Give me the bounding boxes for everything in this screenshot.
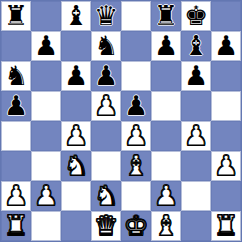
- square-g4[interactable]: ♟: [181, 121, 211, 151]
- square-a1[interactable]: ♜: [1, 211, 31, 241]
- square-h1[interactable]: ♜: [211, 211, 241, 241]
- square-a4[interactable]: [1, 121, 31, 151]
- square-h4[interactable]: [211, 121, 241, 151]
- square-e7[interactable]: [121, 31, 151, 61]
- piece-black-pawn[interactable]: ♟: [64, 61, 88, 91]
- square-c7[interactable]: [61, 31, 91, 61]
- square-a6[interactable]: ♞: [1, 61, 31, 91]
- square-e2[interactable]: [121, 181, 151, 211]
- square-d4[interactable]: [91, 121, 121, 151]
- square-c3[interactable]: ♞: [61, 151, 91, 181]
- square-b6[interactable]: [31, 61, 61, 91]
- square-a7[interactable]: [1, 31, 31, 61]
- square-g2[interactable]: [181, 181, 211, 211]
- piece-white-pawn[interactable]: ♟: [64, 121, 88, 151]
- piece-white-pawn[interactable]: ♟: [4, 181, 28, 211]
- square-c2[interactable]: [61, 181, 91, 211]
- piece-white-bishop[interactable]: ♝: [154, 211, 178, 241]
- square-a3[interactable]: [1, 151, 31, 181]
- square-h5[interactable]: [211, 91, 241, 121]
- piece-white-pawn[interactable]: ♟: [154, 181, 178, 211]
- square-h2[interactable]: [211, 181, 241, 211]
- square-b5[interactable]: [31, 91, 61, 121]
- piece-black-pawn[interactable]: ♟: [214, 31, 238, 61]
- square-f4[interactable]: [151, 121, 181, 151]
- square-b7[interactable]: ♟: [31, 31, 61, 61]
- square-c4[interactable]: ♟: [61, 121, 91, 151]
- piece-black-queen[interactable]: ♛: [94, 1, 118, 31]
- square-e6[interactable]: [121, 61, 151, 91]
- piece-black-king[interactable]: ♚: [184, 1, 208, 31]
- square-f1[interactable]: ♝: [151, 211, 181, 241]
- square-e3[interactable]: ♝: [121, 151, 151, 181]
- square-b3[interactable]: [31, 151, 61, 181]
- piece-black-pawn[interactable]: ♟: [124, 91, 148, 121]
- chess-board: ♜♝♛♜♚♟♞♟♝♟♞♟♟♟♟♟♟♟♟♟♞♝♟♟♟♞♟♜♛♚♝♜: [0, 0, 242, 242]
- piece-black-pawn[interactable]: ♟: [94, 61, 118, 91]
- square-b4[interactable]: [31, 121, 61, 151]
- piece-white-queen[interactable]: ♛: [94, 211, 118, 241]
- piece-black-pawn[interactable]: ♟: [34, 31, 58, 61]
- piece-white-pawn[interactable]: ♟: [214, 151, 238, 181]
- square-c8[interactable]: ♝: [61, 1, 91, 31]
- square-f8[interactable]: ♜: [151, 1, 181, 31]
- square-e4[interactable]: ♟: [121, 121, 151, 151]
- piece-white-knight[interactable]: ♞: [94, 181, 118, 211]
- piece-white-king[interactable]: ♚: [124, 211, 148, 241]
- square-f2[interactable]: ♟: [151, 181, 181, 211]
- square-d1[interactable]: ♛: [91, 211, 121, 241]
- square-a5[interactable]: ♟: [1, 91, 31, 121]
- square-g3[interactable]: [181, 151, 211, 181]
- square-f5[interactable]: [151, 91, 181, 121]
- piece-white-bishop[interactable]: ♝: [124, 151, 148, 181]
- square-h7[interactable]: ♟: [211, 31, 241, 61]
- piece-white-rook[interactable]: ♜: [214, 211, 238, 241]
- piece-black-rook[interactable]: ♜: [154, 1, 178, 31]
- square-b8[interactable]: [31, 1, 61, 31]
- square-f7[interactable]: ♟: [151, 31, 181, 61]
- piece-white-knight[interactable]: ♞: [64, 151, 88, 181]
- square-d6[interactable]: ♟: [91, 61, 121, 91]
- square-h6[interactable]: [211, 61, 241, 91]
- piece-white-pawn[interactable]: ♟: [184, 121, 208, 151]
- square-d2[interactable]: ♞: [91, 181, 121, 211]
- square-c1[interactable]: [61, 211, 91, 241]
- square-d5[interactable]: ♟: [91, 91, 121, 121]
- piece-black-pawn[interactable]: ♟: [154, 31, 178, 61]
- piece-black-knight[interactable]: ♞: [94, 31, 118, 61]
- piece-white-pawn[interactable]: ♟: [34, 181, 58, 211]
- square-d3[interactable]: [91, 151, 121, 181]
- square-g5[interactable]: [181, 91, 211, 121]
- piece-black-knight[interactable]: ♞: [4, 61, 28, 91]
- square-f6[interactable]: [151, 61, 181, 91]
- square-f3[interactable]: [151, 151, 181, 181]
- piece-white-rook[interactable]: ♜: [4, 211, 28, 241]
- piece-white-pawn[interactable]: ♟: [124, 121, 148, 151]
- square-d8[interactable]: ♛: [91, 1, 121, 31]
- square-e8[interactable]: [121, 1, 151, 31]
- square-h3[interactable]: ♟: [211, 151, 241, 181]
- square-g7[interactable]: ♝: [181, 31, 211, 61]
- square-b2[interactable]: ♟: [31, 181, 61, 211]
- square-h8[interactable]: [211, 1, 241, 31]
- square-a2[interactable]: ♟: [1, 181, 31, 211]
- square-g8[interactable]: ♚: [181, 1, 211, 31]
- square-d7[interactable]: ♞: [91, 31, 121, 61]
- piece-black-pawn[interactable]: ♟: [184, 61, 208, 91]
- piece-black-rook[interactable]: ♜: [4, 1, 28, 31]
- square-e5[interactable]: ♟: [121, 91, 151, 121]
- square-g1[interactable]: [181, 211, 211, 241]
- square-e1[interactable]: ♚: [121, 211, 151, 241]
- square-b1[interactable]: [31, 211, 61, 241]
- piece-black-pawn[interactable]: ♟: [4, 91, 28, 121]
- piece-black-bishop[interactable]: ♝: [64, 1, 88, 31]
- piece-white-pawn[interactable]: ♟: [94, 91, 118, 121]
- square-g6[interactable]: ♟: [181, 61, 211, 91]
- square-a8[interactable]: ♜: [1, 1, 31, 31]
- square-c5[interactable]: [61, 91, 91, 121]
- square-c6[interactable]: ♟: [61, 61, 91, 91]
- piece-black-bishop[interactable]: ♝: [184, 31, 208, 61]
